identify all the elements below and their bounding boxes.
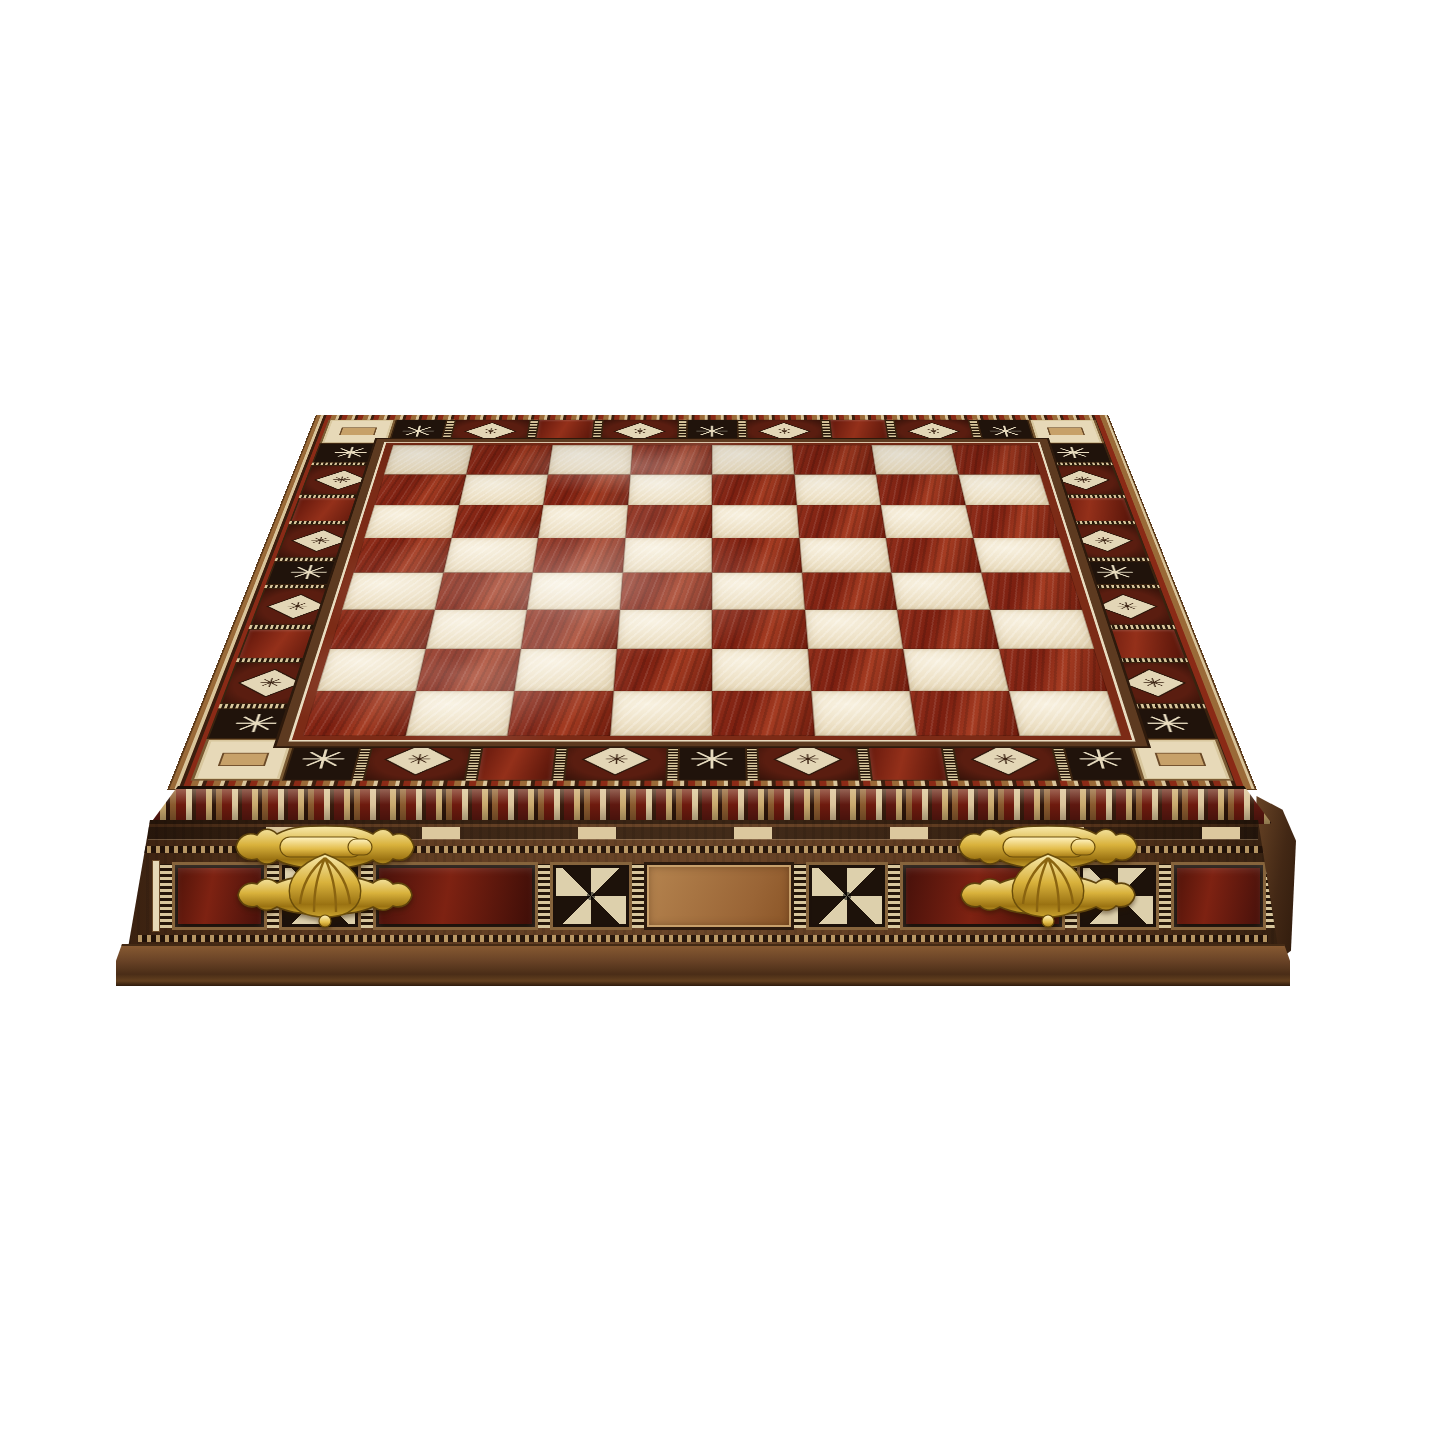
square-e2 xyxy=(712,649,811,691)
square-f1 xyxy=(811,691,917,736)
square-d1 xyxy=(610,691,712,736)
square-g3 xyxy=(897,609,999,648)
square-b2 xyxy=(416,649,521,691)
square-b8 xyxy=(466,445,553,474)
square-g6 xyxy=(881,505,973,538)
square-h5 xyxy=(973,538,1071,573)
checker-frame xyxy=(289,442,1136,742)
square-a4 xyxy=(342,573,443,610)
square-g8 xyxy=(872,445,959,474)
square-a8 xyxy=(384,445,473,474)
square-h6 xyxy=(965,505,1060,538)
base-molding xyxy=(116,944,1290,986)
square-h4 xyxy=(981,573,1082,610)
square-a6 xyxy=(364,505,459,538)
square-g2 xyxy=(903,649,1008,691)
square-b5 xyxy=(443,538,538,573)
square-c1 xyxy=(507,691,613,736)
square-h1 xyxy=(1008,691,1121,736)
square-a1 xyxy=(303,691,416,736)
square-d4 xyxy=(620,573,712,610)
square-g5 xyxy=(886,538,981,573)
square-c4 xyxy=(527,573,622,610)
square-g7 xyxy=(876,474,965,505)
square-a7 xyxy=(374,474,466,505)
square-b1 xyxy=(405,691,514,736)
square-h3 xyxy=(989,609,1094,648)
square-c6 xyxy=(538,505,627,538)
square-h2 xyxy=(999,649,1108,691)
front-panel-copper xyxy=(644,862,794,930)
square-c3 xyxy=(521,609,620,648)
square-e5 xyxy=(712,538,802,573)
front-separator xyxy=(888,864,900,928)
inner-frame xyxy=(273,438,1151,748)
square-a5 xyxy=(353,538,451,573)
square-d2 xyxy=(613,649,712,691)
brass-clasp-right xyxy=(953,814,1143,929)
square-d7 xyxy=(628,474,712,505)
square-a2 xyxy=(317,649,426,691)
front-separator xyxy=(794,864,806,928)
square-e6 xyxy=(712,505,799,538)
square-f2 xyxy=(808,649,910,691)
square-g1 xyxy=(910,691,1019,736)
front-dentil-bottom xyxy=(138,935,1268,942)
square-c5 xyxy=(533,538,625,573)
square-b6 xyxy=(451,505,543,538)
front-separator xyxy=(160,864,172,928)
square-e8 xyxy=(712,445,794,474)
square-f3 xyxy=(804,609,903,648)
chess-box-scene xyxy=(0,0,1440,1440)
front-end-cap xyxy=(152,860,160,932)
front-panel-red xyxy=(1171,862,1266,930)
board-top xyxy=(167,415,1257,790)
front-separator xyxy=(632,864,644,928)
square-h7 xyxy=(958,474,1050,505)
square-d8 xyxy=(630,445,712,474)
square-h8 xyxy=(951,445,1040,474)
brass-clasp-left xyxy=(230,814,420,929)
square-f8 xyxy=(792,445,876,474)
chess-board-grid xyxy=(303,445,1121,736)
square-b7 xyxy=(459,474,548,505)
front-panel-star xyxy=(550,862,632,930)
square-d5 xyxy=(622,538,712,573)
square-c2 xyxy=(514,649,616,691)
square-b3 xyxy=(425,609,527,648)
square-e3 xyxy=(712,609,808,648)
front-separator xyxy=(1159,864,1171,928)
square-f5 xyxy=(799,538,891,573)
square-g4 xyxy=(891,573,989,610)
square-c7 xyxy=(543,474,630,505)
square-f7 xyxy=(794,474,881,505)
square-e4 xyxy=(712,573,804,610)
square-d6 xyxy=(625,505,712,538)
front-separator xyxy=(538,864,550,928)
square-f4 xyxy=(802,573,897,610)
square-f6 xyxy=(796,505,885,538)
square-c8 xyxy=(548,445,632,474)
square-a3 xyxy=(330,609,435,648)
square-d3 xyxy=(616,609,712,648)
front-panel-star xyxy=(806,862,888,930)
square-b4 xyxy=(435,573,533,610)
square-e7 xyxy=(712,474,796,505)
square-e1 xyxy=(712,691,814,736)
